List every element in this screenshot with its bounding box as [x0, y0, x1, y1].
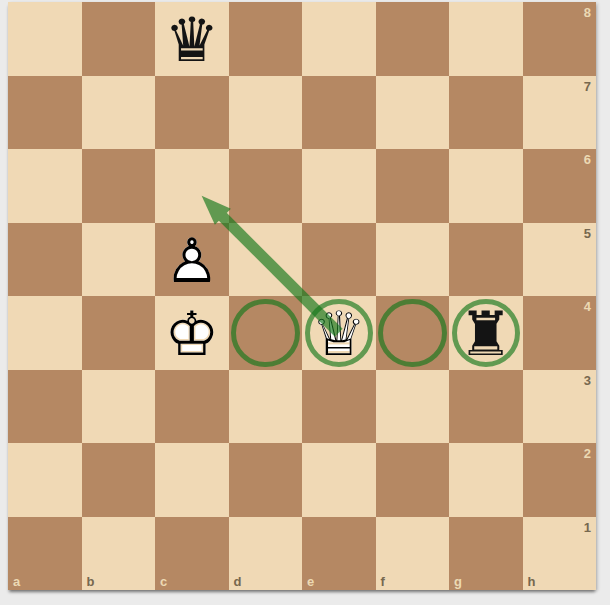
square-e2[interactable]	[302, 443, 376, 517]
piece-black-rook-g4[interactable]: ♜	[449, 296, 523, 370]
black-rook-glyph: ♜	[449, 297, 523, 371]
white-queen-glyph: ♕	[302, 297, 376, 371]
square-e1[interactable]	[302, 517, 376, 591]
square-g8[interactable]	[449, 2, 523, 76]
square-g3[interactable]	[449, 370, 523, 444]
white-king-glyph: ♔	[155, 297, 229, 371]
square-e5[interactable]	[302, 223, 376, 297]
square-b8[interactable]	[82, 2, 156, 76]
square-e7[interactable]	[302, 76, 376, 150]
square-h1[interactable]	[523, 517, 597, 591]
piece-white-queen-e4[interactable]: ♛♕	[302, 296, 376, 370]
square-d8[interactable]	[229, 2, 303, 76]
square-g7[interactable]	[449, 76, 523, 150]
square-f7[interactable]	[376, 76, 450, 150]
square-c3[interactable]	[155, 370, 229, 444]
square-a7[interactable]	[8, 76, 82, 150]
square-d3[interactable]	[229, 370, 303, 444]
square-a4[interactable]	[8, 296, 82, 370]
square-f6[interactable]	[376, 149, 450, 223]
square-f2[interactable]	[376, 443, 450, 517]
square-g6[interactable]	[449, 149, 523, 223]
square-a5[interactable]	[8, 223, 82, 297]
chess-board: abcdefgh12345678♛♟♙♚♔♛♕♜	[8, 2, 596, 590]
square-g1[interactable]	[449, 517, 523, 591]
square-a8[interactable]	[8, 2, 82, 76]
square-a2[interactable]	[8, 443, 82, 517]
square-a6[interactable]	[8, 149, 82, 223]
square-b1[interactable]	[82, 517, 156, 591]
square-a3[interactable]	[8, 370, 82, 444]
square-h8[interactable]	[523, 2, 597, 76]
square-b4[interactable]	[82, 296, 156, 370]
page-background: { "game": "chess", "position": { "fen": …	[0, 0, 610, 605]
piece-white-pawn-c5[interactable]: ♟♙	[155, 223, 229, 297]
square-h6[interactable]	[523, 149, 597, 223]
square-c7[interactable]	[155, 76, 229, 150]
square-e8[interactable]	[302, 2, 376, 76]
square-c2[interactable]	[155, 443, 229, 517]
square-d6[interactable]	[229, 149, 303, 223]
square-d5[interactable]	[229, 223, 303, 297]
square-g5[interactable]	[449, 223, 523, 297]
square-h5[interactable]	[523, 223, 597, 297]
square-f5[interactable]	[376, 223, 450, 297]
square-f1[interactable]	[376, 517, 450, 591]
square-b3[interactable]	[82, 370, 156, 444]
square-b7[interactable]	[82, 76, 156, 150]
square-g2[interactable]	[449, 443, 523, 517]
square-b6[interactable]	[82, 149, 156, 223]
square-b5[interactable]	[82, 223, 156, 297]
square-b2[interactable]	[82, 443, 156, 517]
square-d1[interactable]	[229, 517, 303, 591]
square-f8[interactable]	[376, 2, 450, 76]
annotation-circle-d4	[231, 299, 300, 368]
annotation-circle-f4	[378, 299, 447, 368]
square-h2[interactable]	[523, 443, 597, 517]
square-d7[interactable]	[229, 76, 303, 150]
square-a1[interactable]	[8, 517, 82, 591]
square-h3[interactable]	[523, 370, 597, 444]
square-h4[interactable]	[523, 296, 597, 370]
square-c1[interactable]	[155, 517, 229, 591]
piece-white-king-c4[interactable]: ♚♔	[155, 296, 229, 370]
square-e6[interactable]	[302, 149, 376, 223]
square-d2[interactable]	[229, 443, 303, 517]
black-queen-glyph: ♛	[155, 3, 229, 77]
white-pawn-glyph: ♙	[155, 224, 229, 298]
square-c6[interactable]	[155, 149, 229, 223]
square-f3[interactable]	[376, 370, 450, 444]
square-e3[interactable]	[302, 370, 376, 444]
square-h7[interactable]	[523, 76, 597, 150]
piece-black-queen-c8[interactable]: ♛	[155, 2, 229, 76]
